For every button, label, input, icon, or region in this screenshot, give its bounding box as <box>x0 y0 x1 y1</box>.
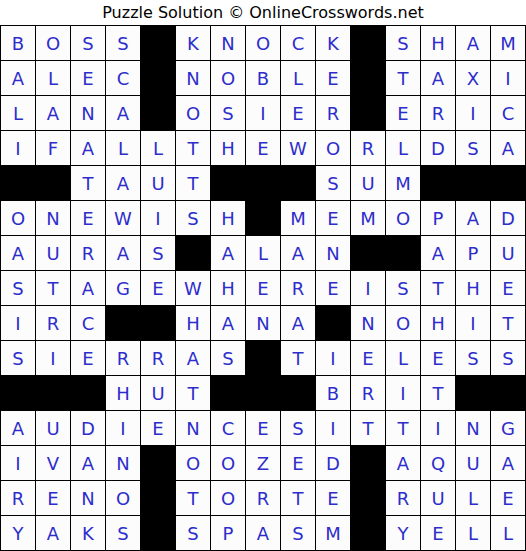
letter-cell: E <box>71 201 105 235</box>
letter-cell: S <box>106 26 140 60</box>
letter-cell: I <box>36 341 70 375</box>
letter-cell: M <box>316 516 350 550</box>
letter-cell: E <box>351 341 385 375</box>
letter-cell: O <box>1 201 35 235</box>
letter-cell: E <box>421 341 455 375</box>
letter-cell: E <box>246 271 280 305</box>
letter-cell: E <box>281 446 315 480</box>
letter-cell: H <box>106 376 140 410</box>
letter-cell: O <box>176 446 210 480</box>
letter-cell: S <box>491 341 525 375</box>
letter-cell: S <box>456 131 490 165</box>
letter-cell: A <box>246 516 280 550</box>
letter-cell: L <box>1 96 35 130</box>
letter-cell: N <box>351 306 385 340</box>
black-cell <box>386 236 420 270</box>
letter-cell: D <box>71 411 105 445</box>
letter-cell: A <box>281 306 315 340</box>
black-cell <box>351 26 385 60</box>
black-cell <box>351 446 385 480</box>
letter-cell: I <box>1 446 35 480</box>
letter-cell: T <box>176 376 210 410</box>
letter-cell: S <box>316 166 350 200</box>
letter-cell: N <box>246 306 280 340</box>
letter-cell: N <box>456 411 490 445</box>
black-cell <box>36 376 70 410</box>
letter-cell: A <box>456 26 490 60</box>
black-cell <box>36 166 70 200</box>
letter-cell: L <box>456 481 490 515</box>
letter-cell: A <box>1 61 35 95</box>
black-cell <box>176 236 210 270</box>
black-cell <box>351 481 385 515</box>
letter-cell: A <box>71 131 105 165</box>
letter-cell: A <box>386 446 420 480</box>
black-cell <box>71 376 105 410</box>
letter-cell: S <box>106 516 140 550</box>
letter-cell: O <box>211 481 245 515</box>
letter-cell: A <box>1 236 35 270</box>
black-cell <box>1 376 35 410</box>
letter-cell: U <box>36 236 70 270</box>
letter-cell: T <box>176 166 210 200</box>
letter-cell: S <box>211 341 245 375</box>
black-cell <box>211 166 245 200</box>
letter-cell: A <box>491 446 525 480</box>
black-cell <box>491 166 525 200</box>
letter-cell: A <box>421 236 455 270</box>
letter-cell: E <box>386 96 420 130</box>
letter-cell: T <box>281 341 315 375</box>
letter-cell: O <box>211 61 245 95</box>
letter-cell: E <box>281 96 315 130</box>
letter-cell: B <box>246 61 280 95</box>
letter-cell: S <box>281 411 315 445</box>
letter-cell: T <box>386 61 420 95</box>
letter-cell: C <box>211 411 245 445</box>
black-cell <box>211 376 245 410</box>
letter-cell: C <box>106 61 140 95</box>
black-cell <box>141 306 175 340</box>
letter-cell: R <box>351 131 385 165</box>
letter-cell: E <box>36 481 70 515</box>
crossword-grid: BOSSKNOCKSHAMALECNOBLETAXILANAOSIERERICI… <box>0 25 526 551</box>
letter-cell: L <box>106 131 140 165</box>
letter-cell: L <box>281 61 315 95</box>
letter-cell: N <box>211 26 245 60</box>
black-cell <box>456 166 490 200</box>
letter-cell: S <box>1 271 35 305</box>
letter-cell: G <box>491 411 525 445</box>
letter-cell: E <box>141 271 175 305</box>
letter-cell: V <box>36 446 70 480</box>
letter-cell: C <box>281 26 315 60</box>
letter-cell: A <box>211 236 245 270</box>
letter-cell: N <box>106 446 140 480</box>
letter-cell: A <box>176 341 210 375</box>
letter-cell: U <box>491 236 525 270</box>
letter-cell: A <box>106 96 140 130</box>
letter-cell: I <box>421 411 455 445</box>
letter-cell: D <box>491 201 525 235</box>
black-cell <box>281 376 315 410</box>
letter-cell: I <box>141 201 175 235</box>
letter-cell: L <box>246 236 280 270</box>
letter-cell: O <box>106 481 140 515</box>
letter-cell: E <box>316 201 350 235</box>
letter-cell: O <box>386 201 420 235</box>
letter-cell: E <box>71 341 105 375</box>
black-cell <box>316 306 350 340</box>
letter-cell: W <box>176 271 210 305</box>
letter-cell: U <box>351 166 385 200</box>
letter-cell: T <box>36 271 70 305</box>
letter-cell: S <box>141 236 175 270</box>
letter-cell: I <box>1 306 35 340</box>
letter-cell: M <box>491 26 525 60</box>
letter-cell: I <box>491 61 525 95</box>
letter-cell: R <box>1 481 35 515</box>
letter-cell: M <box>351 201 385 235</box>
letter-cell: R <box>106 341 140 375</box>
letter-cell: A <box>211 306 245 340</box>
letter-cell: R <box>421 96 455 130</box>
letter-cell: E <box>141 411 175 445</box>
letter-cell: R <box>71 236 105 270</box>
letter-cell: R <box>141 341 175 375</box>
black-cell <box>246 376 280 410</box>
letter-cell: L <box>386 131 420 165</box>
letter-cell: N <box>71 96 105 130</box>
black-cell <box>281 166 315 200</box>
letter-cell: L <box>141 131 175 165</box>
letter-cell: I <box>1 131 35 165</box>
letter-cell: S <box>281 516 315 550</box>
letter-cell: B <box>316 376 350 410</box>
letter-cell: D <box>421 131 455 165</box>
black-cell <box>491 376 525 410</box>
black-cell <box>141 516 175 550</box>
letter-cell: E <box>491 481 525 515</box>
letter-cell: N <box>36 201 70 235</box>
letter-cell: Y <box>386 516 420 550</box>
letter-cell: C <box>491 96 525 130</box>
letter-cell: I <box>316 341 350 375</box>
letter-cell: U <box>141 166 175 200</box>
letter-cell: S <box>456 341 490 375</box>
title-bar: Puzzle Solution © OnlineCrosswords.net <box>0 0 526 25</box>
letter-cell: T <box>281 481 315 515</box>
black-cell <box>421 166 455 200</box>
letter-cell: A <box>456 201 490 235</box>
letter-cell: T <box>491 306 525 340</box>
black-cell <box>351 236 385 270</box>
letter-cell: I <box>106 411 140 445</box>
letter-cell: O <box>36 26 70 60</box>
puzzle-solution-page: Puzzle Solution © OnlineCrosswords.net B… <box>0 0 526 551</box>
letter-cell: T <box>176 481 210 515</box>
letter-cell: S <box>386 271 420 305</box>
letter-cell: C <box>71 306 105 340</box>
letter-cell: E <box>246 131 280 165</box>
letter-cell: Q <box>421 446 455 480</box>
letter-cell: D <box>316 446 350 480</box>
letter-cell: I <box>246 96 280 130</box>
black-cell <box>1 166 35 200</box>
letter-cell: Z <box>246 446 280 480</box>
letter-cell: I <box>316 411 350 445</box>
letter-cell: R <box>36 306 70 340</box>
letter-cell: Y <box>1 516 35 550</box>
letter-cell: B <box>1 26 35 60</box>
letter-cell: S <box>386 26 420 60</box>
black-cell <box>141 96 175 130</box>
letter-cell: A <box>421 61 455 95</box>
letter-cell: T <box>71 166 105 200</box>
letter-cell: E <box>316 61 350 95</box>
letter-cell: H <box>176 306 210 340</box>
letter-cell: I <box>456 306 490 340</box>
page-title: Puzzle Solution © OnlineCrosswords.net <box>102 0 424 25</box>
letter-cell: K <box>71 516 105 550</box>
letter-cell: H <box>456 271 490 305</box>
letter-cell: I <box>351 271 385 305</box>
letter-cell: O <box>386 306 420 340</box>
letter-cell: O <box>316 131 350 165</box>
letter-cell: R <box>316 96 350 130</box>
black-cell <box>351 96 385 130</box>
letter-cell: I <box>456 96 490 130</box>
letter-cell: S <box>71 26 105 60</box>
letter-cell: N <box>71 481 105 515</box>
letter-cell: P <box>456 236 490 270</box>
letter-cell: E <box>316 481 350 515</box>
letter-cell: H <box>211 131 245 165</box>
black-cell <box>456 376 490 410</box>
letter-cell: U <box>141 376 175 410</box>
letter-cell: L <box>386 341 420 375</box>
letter-cell: H <box>211 271 245 305</box>
letter-cell: F <box>36 131 70 165</box>
black-cell <box>351 61 385 95</box>
letter-cell: R <box>351 376 385 410</box>
letter-cell: H <box>211 201 245 235</box>
black-cell <box>141 61 175 95</box>
letter-cell: U <box>421 481 455 515</box>
letter-cell: P <box>211 516 245 550</box>
letter-cell: A <box>71 446 105 480</box>
letter-cell: U <box>36 411 70 445</box>
letter-cell: A <box>36 96 70 130</box>
letter-cell: N <box>176 411 210 445</box>
letter-cell: A <box>36 516 70 550</box>
letter-cell: E <box>421 516 455 550</box>
letter-cell: U <box>456 446 490 480</box>
letter-cell: E <box>491 271 525 305</box>
letter-cell: A <box>71 271 105 305</box>
letter-cell: H <box>421 306 455 340</box>
letter-cell: X <box>456 61 490 95</box>
letter-cell: H <box>421 26 455 60</box>
letter-cell: A <box>106 236 140 270</box>
letter-cell: N <box>176 61 210 95</box>
black-cell <box>351 516 385 550</box>
letter-cell: T <box>351 411 385 445</box>
black-cell <box>246 341 280 375</box>
letter-cell: S <box>176 201 210 235</box>
black-cell <box>141 481 175 515</box>
letter-cell: E <box>246 411 280 445</box>
letter-cell: N <box>316 236 350 270</box>
letter-cell: G <box>106 271 140 305</box>
black-cell <box>246 201 280 235</box>
letter-cell: R <box>386 481 420 515</box>
letter-cell: E <box>316 271 350 305</box>
black-cell <box>246 166 280 200</box>
letter-cell: A <box>106 166 140 200</box>
letter-cell: T <box>176 131 210 165</box>
letter-cell: W <box>106 201 140 235</box>
letter-cell: L <box>36 61 70 95</box>
letter-cell: M <box>281 201 315 235</box>
letter-cell: T <box>421 376 455 410</box>
letter-cell: K <box>176 26 210 60</box>
black-cell <box>141 26 175 60</box>
letter-cell: M <box>386 166 420 200</box>
letter-cell: S <box>176 516 210 550</box>
letter-cell: O <box>176 96 210 130</box>
black-cell <box>141 446 175 480</box>
letter-cell: E <box>71 61 105 95</box>
letter-cell: S <box>1 341 35 375</box>
letter-cell: O <box>211 446 245 480</box>
letter-cell: A <box>491 131 525 165</box>
letter-cell: I <box>386 376 420 410</box>
letter-cell: K <box>316 26 350 60</box>
letter-cell: S <box>211 96 245 130</box>
black-cell <box>106 306 140 340</box>
letter-cell: W <box>281 131 315 165</box>
letter-cell: T <box>386 411 420 445</box>
letter-cell: O <box>246 26 280 60</box>
letter-cell: R <box>246 481 280 515</box>
letter-cell: A <box>1 411 35 445</box>
letter-cell: L <box>491 516 525 550</box>
letter-cell: L <box>456 516 490 550</box>
letter-cell: A <box>281 236 315 270</box>
letter-cell: R <box>281 271 315 305</box>
letter-cell: P <box>421 201 455 235</box>
letter-cell: T <box>421 271 455 305</box>
